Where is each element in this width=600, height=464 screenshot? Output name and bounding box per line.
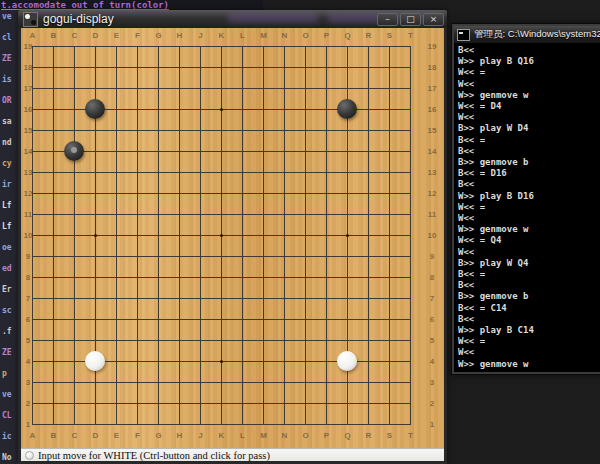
coordinate-label: G xyxy=(148,431,169,440)
star-point-Q10 xyxy=(346,234,349,237)
stone-white-D4 xyxy=(85,351,105,371)
coordinate-label: 1 xyxy=(425,414,439,435)
coordinate-label: 5 xyxy=(21,330,35,351)
coordinate-label: 16 xyxy=(425,99,439,120)
coordinate-label: 3 xyxy=(425,372,439,393)
code-fragment: .f xyxy=(2,327,12,336)
code-fragment: ZE xyxy=(2,348,12,357)
coordinate-label: J xyxy=(190,431,211,440)
console-line: B<< xyxy=(458,146,600,157)
coordinate-label: 11 xyxy=(425,204,439,225)
coordinate-label: L xyxy=(232,31,253,40)
coordinate-label: 14 xyxy=(21,141,35,162)
titlebar-glass-reflection xyxy=(228,13,318,23)
code-fragment: No xyxy=(2,453,12,462)
row-labels-left: 19181716151413121110987654321 xyxy=(21,36,35,435)
coordinate-label: C xyxy=(64,431,85,440)
coordinate-label: D xyxy=(85,31,106,40)
coordinate-label: 5 xyxy=(425,330,439,351)
code-fragment: nd xyxy=(2,138,12,147)
star-point-D10 xyxy=(94,234,97,237)
code-fragment: sc xyxy=(2,306,12,315)
star-point-K10 xyxy=(220,234,223,237)
coordinate-label: 16 xyxy=(21,99,35,120)
console-line: B>> play W Q4 xyxy=(458,258,600,269)
code-fragment: Er xyxy=(2,285,12,294)
code-fragment: cl xyxy=(2,33,12,42)
coordinate-label: 17 xyxy=(21,78,35,99)
desktop: veclZEisORsandcyirLfLfoeedErsc.fZEpveCLi… xyxy=(0,0,600,464)
console-line: W<< xyxy=(458,213,600,224)
code-fragment: sa xyxy=(2,117,12,126)
code-fragment: ic xyxy=(2,432,12,441)
console-line: B<< = xyxy=(458,135,600,146)
console-line: W<< xyxy=(458,347,600,358)
coordinate-label: T xyxy=(400,431,421,440)
coordinate-label: 6 xyxy=(21,309,35,330)
coordinate-label: Q xyxy=(337,31,358,40)
coordinate-label: M xyxy=(253,431,274,440)
code-fragment: ve xyxy=(2,390,12,399)
stone-black-D16 xyxy=(85,99,105,119)
coordinate-label: 15 xyxy=(21,120,35,141)
coordinate-label: 19 xyxy=(425,36,439,57)
coordinate-label: 10 xyxy=(21,225,35,246)
code-fragment: OR xyxy=(2,96,12,105)
console-line: W<< = xyxy=(458,67,600,78)
coordinate-label: E xyxy=(106,31,127,40)
maximize-button[interactable]: □ xyxy=(400,13,421,26)
console-line: B>> genmove b xyxy=(458,291,600,302)
coordinate-label: L xyxy=(232,431,253,440)
gogui-window: gogui-display – □ × ABCDEFGHJKLMNOPQRST … xyxy=(18,10,447,464)
console-line: W>> genmove w xyxy=(458,359,600,370)
column-labels-top: ABCDEFGHJKLMNOPQRST xyxy=(22,31,421,40)
coordinate-label: 4 xyxy=(21,351,35,372)
coordinate-label: 1 xyxy=(21,414,35,435)
coordinate-label: O xyxy=(295,431,316,440)
console-line: B<< = D16 xyxy=(458,168,600,179)
coordinate-label: K xyxy=(211,431,232,440)
console-line: W<< = xyxy=(458,336,600,347)
gogui-titlebar[interactable]: gogui-display – □ × xyxy=(18,10,447,28)
code-fragment: p xyxy=(2,369,7,378)
console-line: B>> genmove b xyxy=(458,157,600,168)
console-titlebar[interactable]: 管理员: C:\Windows\system32\cm xyxy=(454,26,600,43)
coordinate-label: D xyxy=(85,431,106,440)
row-labels-right: 19181716151413121110987654321 xyxy=(425,36,439,435)
coordinate-label: R xyxy=(358,431,379,440)
stone-black-Q16 xyxy=(337,99,357,119)
window-title: gogui-display xyxy=(43,12,114,26)
coordinate-label: 11 xyxy=(21,204,35,225)
white-stone-icon xyxy=(25,451,34,460)
console-line: W>> genmove w xyxy=(458,90,600,101)
star-point-K16 xyxy=(220,108,223,111)
coordinate-label: J xyxy=(190,31,211,40)
console-line: W<< xyxy=(458,79,600,90)
console-line: B<< xyxy=(458,45,600,56)
stone-black-C14 xyxy=(64,141,84,161)
code-fragment: Lf xyxy=(2,222,12,231)
coordinate-label: 18 xyxy=(425,57,439,78)
coordinate-label: B xyxy=(43,31,64,40)
coordinate-label: B xyxy=(43,431,64,440)
console-title: 管理员: C:\Windows\system32\cm xyxy=(474,28,600,41)
coordinate-label: H xyxy=(169,431,190,440)
code-fragment: ed xyxy=(2,264,12,273)
console-line: B<< xyxy=(458,280,600,291)
console-line: B<< xyxy=(458,314,600,325)
coordinate-label: 2 xyxy=(21,393,35,414)
console-line: B<< xyxy=(458,179,600,190)
coordinate-label: P xyxy=(316,31,337,40)
coordinate-label: 6 xyxy=(425,309,439,330)
close-button[interactable]: × xyxy=(423,13,444,26)
code-fragment: CL xyxy=(2,411,12,420)
go-board[interactable]: ABCDEFGHJKLMNOPQRST ABCDEFGHJKLMNOPQRST … xyxy=(21,28,444,448)
stone-white-Q4 xyxy=(337,351,357,371)
coordinate-label: 9 xyxy=(21,246,35,267)
coordinate-label: H xyxy=(169,31,190,40)
coordinate-label: 13 xyxy=(21,162,35,183)
coordinate-label: E xyxy=(106,431,127,440)
status-bar: Input move for WHITE (Ctrl-button and cl… xyxy=(21,448,444,461)
cmd-console-window: 管理员: C:\Windows\system32\cm B<<W>> play … xyxy=(452,24,600,374)
coordinate-label: 9 xyxy=(425,246,439,267)
coordinate-label: G xyxy=(148,31,169,40)
coordinate-label: N xyxy=(274,31,295,40)
code-fragment: cy xyxy=(2,159,12,168)
background-code-line: t.accomodate_out_of_turn(color) xyxy=(0,0,263,10)
minimize-button[interactable]: – xyxy=(377,13,398,26)
coordinate-label: 7 xyxy=(425,288,439,309)
code-fragment: is xyxy=(2,75,12,84)
console-line: W<< xyxy=(458,247,600,258)
background-code-editor: veclZEisORsandcyirLfLfoeedErsc.fZEpveCLi… xyxy=(0,0,20,464)
code-fragment: Lf xyxy=(2,201,12,210)
console-line: W<< = Q4 xyxy=(458,235,600,246)
coordinate-label: K xyxy=(211,31,232,40)
coordinate-label: P xyxy=(316,431,337,440)
code-fragment: oe xyxy=(2,243,12,252)
gogui-app-icon xyxy=(23,12,38,27)
coordinate-label: S xyxy=(379,431,400,440)
coordinate-label: 8 xyxy=(425,267,439,288)
console-line: W>> play B C14 xyxy=(458,325,600,336)
coordinate-label: 8 xyxy=(21,267,35,288)
code-fragment: ir xyxy=(2,180,12,189)
coordinate-label: 15 xyxy=(425,120,439,141)
coordinate-label: T xyxy=(400,31,421,40)
coordinate-label: F xyxy=(127,31,148,40)
console-line: B<< = C14 xyxy=(458,303,600,314)
coordinate-label: R xyxy=(358,31,379,40)
status-text: Input move for WHITE (Ctrl-button and cl… xyxy=(38,450,270,461)
star-point-K4 xyxy=(220,360,223,363)
coordinate-label: 3 xyxy=(21,372,35,393)
code-fragment: ZE xyxy=(2,54,12,63)
coordinate-label: 10 xyxy=(425,225,439,246)
coordinate-label: 19 xyxy=(21,36,35,57)
console-line: W>> play B D16 xyxy=(458,191,600,202)
console-line: W<< = D4 xyxy=(458,101,600,112)
coordinate-label: 7 xyxy=(21,288,35,309)
console-line: W>> play B Q16 xyxy=(458,56,600,67)
console-line: W<< xyxy=(458,112,600,123)
cmd-icon xyxy=(457,29,470,41)
coordinate-label: 14 xyxy=(425,141,439,162)
console-line: W>> genmove w xyxy=(458,224,600,235)
coordinate-label: S xyxy=(379,31,400,40)
coordinate-label: 12 xyxy=(21,183,35,204)
last-move-marker xyxy=(71,147,77,153)
console-line: B<< = xyxy=(458,269,600,280)
coordinate-label: 18 xyxy=(21,57,35,78)
code-fragment: ve xyxy=(2,12,12,21)
column-labels-bottom: ABCDEFGHJKLMNOPQRST xyxy=(22,431,421,440)
console-line: B>> play W D4 xyxy=(458,123,600,134)
coordinate-label: 13 xyxy=(425,162,439,183)
coordinate-label: Q xyxy=(337,431,358,440)
coordinate-label: C xyxy=(64,31,85,40)
coordinate-label: M xyxy=(253,31,274,40)
coordinate-label: O xyxy=(295,31,316,40)
console-line: W<< = xyxy=(458,202,600,213)
coordinate-label: N xyxy=(274,431,295,440)
coordinate-label: 2 xyxy=(425,393,439,414)
coordinate-label: F xyxy=(127,431,148,440)
coordinate-label: 4 xyxy=(425,351,439,372)
coordinate-label: 17 xyxy=(425,78,439,99)
coordinate-label: 12 xyxy=(425,183,439,204)
console-output[interactable]: B<<W>> play B Q16W<< =W<<W>> genmove wW<… xyxy=(454,43,600,372)
